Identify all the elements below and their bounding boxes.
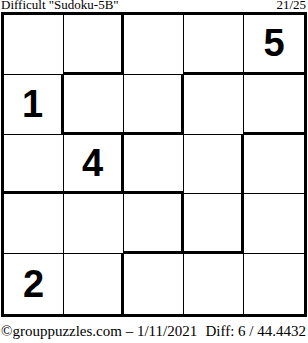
- cell-r3c4[interactable]: [184, 135, 244, 195]
- cell-r3c2[interactable]: 4: [64, 135, 124, 195]
- cell-r2c5[interactable]: [244, 75, 304, 135]
- cell-r2c4[interactable]: [184, 75, 244, 135]
- puzzle-title: Difficult "Sudoku-5B": [1, 0, 119, 11]
- header: Difficult "Sudoku-5B" 21/25: [1, 0, 306, 11]
- given-digit: 5: [263, 24, 284, 62]
- given-digit: 1: [22, 85, 43, 123]
- cell-r3c3[interactable]: [124, 135, 184, 195]
- given-digit: 2: [23, 265, 44, 303]
- cell-r3c1[interactable]: [4, 135, 64, 195]
- cell-r4c2[interactable]: [64, 194, 124, 254]
- cell-r4c3[interactable]: [124, 194, 184, 254]
- cell-r5c2[interactable]: [64, 254, 124, 314]
- cell-r1c1[interactable]: [4, 15, 64, 75]
- cell-r1c5[interactable]: 5: [244, 15, 304, 75]
- cell-r1c2[interactable]: [64, 15, 124, 75]
- sudoku-board: 5142: [1, 12, 307, 317]
- cell-r1c4[interactable]: [184, 15, 244, 75]
- copyright-text: ©grouppuzzles.com – 1/11/2021: [1, 323, 197, 339]
- cell-r4c5[interactable]: [244, 194, 304, 254]
- cell-r5c3[interactable]: [124, 254, 184, 314]
- cell-r2c1[interactable]: 1: [4, 75, 64, 135]
- cell-r1c3[interactable]: [124, 15, 184, 75]
- page-number: 21/25: [276, 0, 306, 11]
- cell-r3c5[interactable]: [244, 135, 304, 195]
- difficulty-text: Diff: 6 / 44.4432: [205, 323, 306, 339]
- cell-r5c1[interactable]: 2: [4, 254, 64, 314]
- cell-r4c1[interactable]: [4, 194, 64, 254]
- cell-r2c2[interactable]: [64, 75, 124, 135]
- cell-r5c4[interactable]: [184, 254, 244, 314]
- cell-r4c4[interactable]: [184, 194, 244, 254]
- cell-r2c3[interactable]: [124, 75, 184, 135]
- footer: ©grouppuzzles.com – 1/11/2021 Diff: 6 / …: [1, 321, 306, 339]
- given-digit: 4: [82, 144, 103, 182]
- cell-r5c5[interactable]: [244, 254, 304, 314]
